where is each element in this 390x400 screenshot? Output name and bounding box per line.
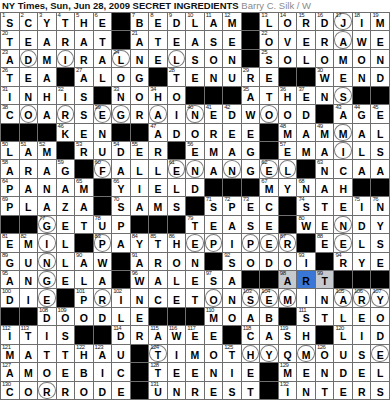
grid-cell[interactable]: H — [297, 326, 315, 343]
grid-cell[interactable]: 64P — [1, 179, 19, 196]
grid-cell[interactable]: E — [353, 308, 371, 325]
grid-cell[interactable]: 10L — [186, 13, 204, 30]
grid-cell[interactable]: P — [112, 216, 130, 233]
grid-cell[interactable]: I — [38, 326, 56, 343]
grid-cell[interactable]: L — [131, 160, 149, 177]
grid-cell[interactable]: 108D — [38, 308, 56, 325]
grid-cell[interactable]: 132I — [279, 382, 297, 399]
grid-cell[interactable]: 118C — [242, 326, 260, 343]
grid-cell[interactable]: S — [223, 382, 241, 399]
grid-cell[interactable]: A — [94, 271, 112, 288]
grid-cell[interactable]: 80W — [297, 216, 315, 233]
grid-cell[interactable]: I — [297, 289, 315, 306]
grid-cell[interactable]: M — [279, 289, 297, 306]
grid-cell[interactable]: T — [316, 308, 334, 325]
grid-cell[interactable]: O — [131, 87, 149, 104]
grid-cell[interactable]: N — [297, 382, 315, 399]
grid-cell[interactable]: 60F — [94, 160, 112, 177]
grid-cell[interactable]: 71S — [205, 197, 223, 214]
grid-cell[interactable]: G — [242, 160, 260, 177]
grid-cell[interactable]: E — [186, 234, 204, 251]
grid-cell[interactable]: 20T — [1, 31, 19, 48]
grid-cell[interactable]: I — [334, 142, 352, 159]
grid-cell[interactable]: A — [94, 50, 112, 67]
grid-cell[interactable]: E — [168, 31, 186, 48]
grid-cell[interactable]: 50L — [1, 142, 19, 159]
grid-cell[interactable]: 46K — [57, 124, 75, 141]
grid-cell[interactable]: 72P — [223, 197, 241, 214]
grid-cell[interactable]: 53R — [75, 142, 93, 159]
grid-cell[interactable]: I — [168, 345, 186, 362]
grid-cell[interactable]: 84Y — [131, 234, 149, 251]
grid-cell[interactable]: Q — [279, 345, 297, 362]
grid-cell[interactable]: E — [371, 253, 389, 270]
grid-cell[interactable]: S — [168, 197, 186, 214]
grid-cell[interactable]: R — [38, 382, 56, 399]
grid-cell[interactable]: N — [20, 87, 38, 104]
grid-cell[interactable]: E — [223, 124, 241, 141]
grid-cell[interactable]: 47A — [149, 124, 167, 141]
grid-cell[interactable]: N — [38, 253, 56, 270]
grid-cell[interactable]: 26T — [1, 68, 19, 85]
grid-cell[interactable]: E — [205, 382, 223, 399]
grid-cell[interactable]: 16D — [316, 13, 334, 30]
grid-cell[interactable]: 36H — [279, 87, 297, 104]
grid-cell[interactable]: P — [205, 234, 223, 251]
grid-cell[interactable]: V — [279, 31, 297, 48]
grid-cell[interactable]: 125T — [223, 345, 241, 362]
grid-cell[interactable]: 7B — [131, 13, 149, 30]
grid-cell[interactable]: I — [223, 363, 241, 380]
grid-cell[interactable]: 99T — [316, 271, 334, 288]
grid-cell[interactable]: 74S — [297, 197, 315, 214]
grid-cell[interactable]: R — [57, 105, 75, 122]
grid-cell[interactable]: S — [75, 105, 93, 122]
grid-cell[interactable]: 52M — [38, 142, 56, 159]
grid-cell[interactable]: 122H — [75, 345, 93, 362]
grid-cell[interactable]: E — [57, 216, 75, 233]
grid-cell[interactable]: 51A — [20, 142, 38, 159]
grid-cell[interactable]: M — [38, 50, 56, 67]
grid-cell[interactable]: 39E — [94, 105, 112, 122]
grid-cell[interactable]: I — [168, 105, 186, 122]
grid-cell[interactable]: T — [316, 382, 334, 399]
grid-cell[interactable]: 107Y — [371, 289, 389, 306]
grid-cell[interactable]: 113T — [20, 326, 38, 343]
grid-cell[interactable]: L — [57, 253, 75, 270]
grid-cell[interactable]: 75I — [353, 197, 371, 214]
grid-cell[interactable]: I — [353, 326, 371, 343]
grid-cell[interactable]: W — [242, 105, 260, 122]
grid-cell[interactable]: 29R — [242, 68, 260, 85]
grid-cell[interactable]: 101P — [75, 289, 93, 306]
grid-cell[interactable]: R — [57, 382, 75, 399]
grid-cell[interactable]: E — [20, 68, 38, 85]
grid-cell[interactable]: 102I — [112, 289, 130, 306]
grid-cell[interactable]: H — [38, 87, 56, 104]
grid-cell[interactable]: A — [38, 197, 56, 214]
grid-cell[interactable]: T — [149, 31, 167, 48]
grid-cell[interactable]: A — [260, 326, 278, 343]
grid-cell[interactable]: N — [38, 179, 56, 196]
grid-cell[interactable]: 95A — [1, 271, 19, 288]
grid-cell[interactable]: 109O — [57, 308, 75, 325]
grid-cell[interactable]: L — [279, 160, 297, 177]
grid-cell[interactable]: L — [20, 197, 38, 214]
grid-cell[interactable]: 121M — [1, 345, 19, 362]
grid-cell[interactable]: E — [334, 382, 352, 399]
grid-cell[interactable]: 18I — [353, 13, 371, 30]
grid-cell[interactable]: N — [334, 216, 352, 233]
grid-cell[interactable]: 114D — [112, 326, 130, 343]
grid-cell[interactable]: D — [353, 216, 371, 233]
grid-cell[interactable]: 119S — [279, 326, 297, 343]
grid-cell[interactable]: I — [94, 363, 112, 380]
grid-cell[interactable]: 13L — [260, 13, 278, 30]
grid-cell[interactable]: 22O — [260, 31, 278, 48]
grid-cell[interactable]: N — [205, 68, 223, 85]
grid-cell[interactable]: N — [186, 160, 204, 177]
grid-cell[interactable]: O — [205, 289, 223, 306]
grid-cell[interactable]: E — [38, 289, 56, 306]
grid-cell[interactable]: A — [297, 124, 315, 141]
grid-cell[interactable]: R — [57, 31, 75, 48]
grid-cell[interactable]: T — [57, 345, 75, 362]
grid-cell[interactable]: E — [334, 234, 352, 251]
grid-cell[interactable]: 66Y — [112, 179, 130, 196]
grid-cell[interactable]: 37E — [297, 87, 315, 104]
grid-cell[interactable]: G — [38, 271, 56, 288]
grid-cell[interactable]: L — [334, 308, 352, 325]
grid-cell[interactable]: 86H — [168, 234, 186, 251]
grid-cell[interactable]: T — [316, 197, 334, 214]
grid-cell[interactable]: E — [242, 124, 260, 141]
grid-cell[interactable]: E — [297, 363, 315, 380]
grid-cell[interactable]: E — [112, 382, 130, 399]
grid-cell[interactable]: 128T — [149, 363, 167, 380]
grid-cell[interactable]: Y — [260, 345, 278, 362]
grid-cell[interactable]: 15R — [297, 13, 315, 30]
grid-cell[interactable]: 65M — [75, 179, 93, 196]
grid-cell[interactable]: 83P — [94, 234, 112, 251]
grid-cell[interactable]: 94R — [334, 253, 352, 270]
grid-cell[interactable]: 27A — [75, 68, 93, 85]
grid-cell[interactable]: 123A — [94, 345, 112, 362]
grid-cell[interactable]: L — [168, 271, 186, 288]
grid-cell[interactable]: 97S — [205, 271, 223, 288]
grid-cell[interactable]: R — [75, 50, 93, 67]
grid-cell[interactable]: U — [223, 68, 241, 85]
grid-cell[interactable]: E — [20, 31, 38, 48]
grid-cell[interactable]: S — [371, 382, 389, 399]
grid-cell[interactable]: 89G — [1, 253, 19, 270]
grid-cell[interactable]: T — [94, 31, 112, 48]
grid-cell[interactable]: O — [242, 253, 260, 270]
grid-cell[interactable]: O — [260, 105, 278, 122]
grid-cell[interactable]: N — [223, 160, 241, 177]
grid-cell[interactable]: Y — [371, 216, 389, 233]
grid-cell[interactable]: 19M — [371, 13, 389, 30]
grid-cell[interactable]: E — [57, 271, 75, 288]
grid-cell[interactable]: A — [38, 105, 56, 122]
grid-cell[interactable]: 55E — [131, 142, 149, 159]
grid-cell[interactable]: N — [316, 87, 334, 104]
grid-cell[interactable]: R — [353, 382, 371, 399]
grid-cell[interactable]: N — [223, 289, 241, 306]
grid-cell[interactable]: M — [149, 197, 167, 214]
grid-cell[interactable]: M — [20, 363, 38, 380]
grid-cell[interactable]: O — [205, 345, 223, 362]
grid-cell[interactable]: E — [186, 68, 204, 85]
grid-cell[interactable]: O — [168, 253, 186, 270]
grid-cell[interactable]: 56E — [186, 142, 204, 159]
grid-cell[interactable]: O — [75, 308, 93, 325]
grid-cell[interactable]: D — [371, 326, 389, 343]
grid-cell[interactable]: O — [38, 363, 56, 380]
grid-cell[interactable]: G — [242, 142, 260, 159]
grid-cell[interactable]: 17J — [334, 13, 352, 30]
grid-cell[interactable]: I — [38, 234, 56, 251]
grid-cell[interactable]: 88E — [316, 234, 334, 251]
grid-cell[interactable]: A — [149, 105, 167, 122]
grid-cell[interactable]: 23A — [1, 50, 19, 67]
grid-cell[interactable]: O — [168, 87, 186, 104]
grid-cell[interactable]: D — [297, 105, 315, 122]
grid-cell[interactable]: 31I — [1, 87, 19, 104]
grid-cell[interactable]: 105A — [334, 289, 352, 306]
grid-cell[interactable]: N — [316, 363, 334, 380]
grid-cell[interactable]: M — [297, 142, 315, 159]
grid-cell[interactable]: 69P — [1, 197, 19, 214]
grid-cell[interactable]: O — [112, 68, 130, 85]
grid-cell[interactable]: E — [334, 197, 352, 214]
grid-cell[interactable]: A — [353, 160, 371, 177]
grid-cell[interactable]: H — [242, 345, 260, 362]
grid-cell[interactable]: S — [353, 345, 371, 362]
grid-cell[interactable]: R — [94, 289, 112, 306]
grid-cell[interactable]: D — [168, 124, 186, 141]
grid-cell[interactable]: S — [57, 326, 75, 343]
grid-cell[interactable]: C — [260, 197, 278, 214]
grid-cell[interactable]: S — [75, 87, 93, 104]
grid-cell[interactable]: T — [186, 289, 204, 306]
grid-cell[interactable]: B — [75, 363, 93, 380]
grid-cell[interactable]: C — [112, 363, 130, 380]
grid-cell[interactable]: S — [334, 87, 352, 104]
grid-cell[interactable]: D — [94, 308, 112, 325]
grid-cell[interactable]: U — [94, 142, 112, 159]
grid-cell[interactable]: 6E — [94, 13, 112, 30]
grid-cell[interactable]: R — [131, 105, 149, 122]
grid-cell[interactable]: 131U — [149, 382, 167, 399]
grid-cell[interactable]: 40N — [186, 105, 204, 122]
grid-cell[interactable]: 12M — [223, 13, 241, 30]
grid-cell[interactable]: A — [334, 31, 352, 48]
grid-cell[interactable]: E — [260, 234, 278, 251]
grid-cell[interactable]: I — [223, 234, 241, 251]
grid-cell[interactable]: N — [205, 363, 223, 380]
grid-cell[interactable]: 120L — [334, 326, 352, 343]
grid-cell[interactable]: 68N — [297, 179, 315, 196]
grid-cell[interactable]: N — [20, 271, 38, 288]
grid-cell[interactable]: E — [316, 216, 334, 233]
grid-cell[interactable]: O — [75, 382, 93, 399]
grid-cell[interactable]: N — [131, 50, 149, 67]
grid-cell[interactable]: A — [75, 197, 93, 214]
grid-cell[interactable]: L — [168, 179, 186, 196]
grid-cell[interactable]: 79T — [186, 216, 204, 233]
grid-cell[interactable]: R — [186, 382, 204, 399]
grid-cell[interactable]: 78U — [94, 216, 112, 233]
grid-cell[interactable]: E — [242, 363, 260, 380]
grid-cell[interactable]: 8E — [149, 13, 167, 30]
grid-cell[interactable]: 9D — [168, 13, 186, 30]
grid-cell[interactable]: S — [371, 142, 389, 159]
grid-cell[interactable]: A — [242, 308, 260, 325]
grid-cell[interactable]: 117E — [186, 326, 204, 343]
grid-cell[interactable]: E — [149, 50, 167, 67]
grid-cell[interactable]: O — [371, 308, 389, 325]
grid-cell[interactable]: L — [353, 234, 371, 251]
grid-cell[interactable]: 42D — [223, 105, 241, 122]
grid-cell[interactable]: 73E — [242, 197, 260, 214]
grid-cell[interactable]: Y — [279, 179, 297, 196]
grid-cell[interactable]: 110M — [205, 308, 223, 325]
grid-cell[interactable]: W — [353, 31, 371, 48]
grid-cell[interactable]: A — [223, 216, 241, 233]
grid-cell[interactable]: W — [94, 253, 112, 270]
grid-cell[interactable]: N — [131, 289, 149, 306]
grid-cell[interactable]: P — [242, 234, 260, 251]
grid-cell[interactable]: N — [353, 68, 371, 85]
grid-cell[interactable]: T — [38, 345, 56, 362]
grid-cell[interactable]: S — [242, 216, 260, 233]
grid-cell[interactable]: R — [205, 124, 223, 141]
grid-cell[interactable]: 35A — [242, 87, 260, 104]
grid-cell[interactable]: 59G — [57, 160, 75, 177]
grid-cell[interactable]: 61E — [168, 160, 186, 177]
grid-cell[interactable]: 2C — [20, 13, 38, 30]
grid-cell[interactable]: O — [279, 105, 297, 122]
grid-cell[interactable]: 45E — [371, 105, 389, 122]
grid-cell[interactable]: E — [353, 363, 371, 380]
grid-cell[interactable]: C — [149, 289, 167, 306]
grid-cell[interactable]: L — [371, 363, 389, 380]
grid-cell[interactable]: O — [205, 50, 223, 67]
grid-cell[interactable]: I — [20, 289, 38, 306]
grid-cell[interactable]: 112I — [1, 326, 19, 343]
grid-cell[interactable]: M — [297, 345, 315, 362]
grid-cell[interactable]: R — [131, 326, 149, 343]
grid-cell[interactable]: 87R — [279, 234, 297, 251]
grid-cell[interactable]: D — [371, 68, 389, 85]
grid-cell[interactable]: 104E — [260, 289, 278, 306]
grid-cell[interactable]: E — [260, 68, 278, 85]
grid-cell[interactable]: H — [334, 179, 352, 196]
grid-cell[interactable]: A — [38, 31, 56, 48]
grid-cell[interactable]: L — [149, 160, 167, 177]
grid-cell[interactable]: A — [353, 124, 371, 141]
grid-cell[interactable]: A — [20, 179, 38, 196]
grid-cell[interactable]: E — [186, 363, 204, 380]
grid-cell[interactable]: E — [371, 345, 389, 362]
grid-cell[interactable]: 5H — [75, 13, 93, 30]
grid-cell[interactable]: N — [223, 50, 241, 67]
grid-cell[interactable]: 106R — [353, 289, 371, 306]
grid-cell[interactable]: A — [20, 345, 38, 362]
grid-cell[interactable]: R — [20, 160, 38, 177]
grid-cell[interactable]: 14O — [279, 13, 297, 30]
grid-cell[interactable]: M — [186, 345, 204, 362]
grid-cell[interactable]: 1S — [1, 13, 19, 30]
grid-cell[interactable]: N — [168, 382, 186, 399]
grid-cell[interactable]: 116W — [168, 326, 186, 343]
grid-cell[interactable]: I — [57, 50, 75, 67]
grid-cell[interactable]: 130C — [1, 382, 19, 399]
grid-cell[interactable]: U — [20, 253, 38, 270]
grid-cell[interactable]: R — [149, 253, 167, 270]
grid-cell[interactable]: Y — [353, 253, 371, 270]
grid-cell[interactable]: D — [260, 253, 278, 270]
grid-cell[interactable]: A — [57, 179, 75, 196]
grid-cell[interactable]: E — [168, 289, 186, 306]
grid-cell[interactable]: L — [57, 234, 75, 251]
grid-cell[interactable]: 124T — [149, 345, 167, 362]
grid-cell[interactable]: L — [353, 142, 371, 159]
grid-cell[interactable]: E — [131, 308, 149, 325]
grid-cell[interactable]: 3Y — [38, 13, 56, 30]
grid-cell[interactable]: 57E — [279, 142, 297, 159]
grid-cell[interactable]: E — [260, 216, 278, 233]
grid-cell[interactable]: D — [186, 179, 204, 196]
grid-cell[interactable]: O — [223, 308, 241, 325]
grid-cell[interactable]: R — [149, 142, 167, 159]
grid-cell[interactable]: A — [38, 68, 56, 85]
grid-cell[interactable]: 96W — [131, 271, 149, 288]
grid-cell[interactable]: A — [371, 160, 389, 177]
grid-cell[interactable]: 91A — [131, 253, 149, 270]
grid-cell[interactable]: A — [112, 160, 130, 177]
grid-cell[interactable]: 103S — [242, 289, 260, 306]
grid-cell[interactable]: 33N — [112, 87, 130, 104]
grid-cell[interactable]: 58A — [1, 160, 19, 177]
grid-cell[interactable]: 76N — [371, 197, 389, 214]
grid-cell[interactable]: 30W — [316, 68, 334, 85]
grid-cell[interactable]: O — [20, 105, 38, 122]
grid-cell[interactable]: A — [205, 160, 223, 177]
grid-cell[interactable]: O — [20, 382, 38, 399]
grid-cell[interactable]: D — [94, 382, 112, 399]
grid-cell[interactable]: 54D — [112, 142, 130, 159]
grid-cell[interactable]: M — [334, 124, 352, 141]
grid-cell[interactable]: A — [186, 31, 204, 48]
grid-cell[interactable]: O — [316, 50, 334, 67]
grid-cell[interactable]: S — [186, 50, 204, 67]
grid-cell[interactable]: L — [75, 271, 93, 288]
grid-cell[interactable]: E — [334, 68, 352, 85]
grid-cell[interactable]: 93I — [297, 253, 315, 270]
grid-cell[interactable]: L — [371, 124, 389, 141]
grid-cell[interactable]: S — [371, 234, 389, 251]
grid-cell[interactable]: A — [38, 160, 56, 177]
grid-cell[interactable]: A — [149, 271, 167, 288]
grid-cell[interactable]: O — [186, 124, 204, 141]
grid-cell[interactable]: M — [334, 50, 352, 67]
grid-cell[interactable]: A — [223, 142, 241, 159]
grid-cell[interactable]: E — [205, 216, 223, 233]
grid-cell[interactable]: 77G — [38, 216, 56, 233]
grid-cell[interactable]: 129M — [279, 363, 297, 380]
